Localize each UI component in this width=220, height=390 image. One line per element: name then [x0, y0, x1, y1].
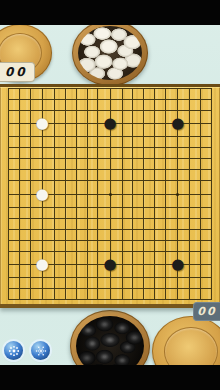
board-intersection[interactable] — [171, 294, 184, 305]
board-intersection[interactable] — [60, 153, 71, 164]
board-intersection[interactable] — [206, 235, 217, 246]
board-intersection[interactable] — [93, 235, 104, 246]
white-stone-D4[interactable]: ● — [36, 257, 49, 272]
black-stone-Q4[interactable]: ● — [171, 257, 184, 272]
board-intersection[interactable] — [127, 294, 138, 305]
board-intersection[interactable] — [14, 294, 25, 305]
board-intersection[interactable] — [149, 224, 160, 235]
board-intersection[interactable] — [71, 164, 82, 175]
board-intersection[interactable] — [149, 153, 160, 164]
board-intersection[interactable] — [71, 175, 82, 186]
board-intersection[interactable] — [14, 283, 25, 294]
board-intersection[interactable] — [103, 94, 116, 105]
board-intersection[interactable] — [3, 94, 14, 105]
board-intersection[interactable] — [103, 164, 116, 175]
board-intersection[interactable] — [25, 175, 36, 186]
board-intersection[interactable] — [60, 224, 71, 235]
board-intersection[interactable] — [82, 83, 93, 94]
board-intersection[interactable] — [127, 187, 138, 202]
board-intersection[interactable] — [25, 246, 36, 257]
board-intersection[interactable] — [82, 153, 93, 164]
board-intersection[interactable] — [71, 187, 82, 202]
board-intersection[interactable] — [184, 283, 195, 294]
board-intersection[interactable] — [49, 272, 60, 283]
board-intersection[interactable] — [93, 175, 104, 186]
board-intersection[interactable] — [206, 213, 217, 224]
board-intersection[interactable] — [117, 283, 128, 294]
board-intersection[interactable] — [127, 153, 138, 164]
board-intersection[interactable] — [171, 83, 184, 94]
board-intersection[interactable] — [82, 142, 93, 153]
board-intersection[interactable] — [3, 142, 14, 153]
board-intersection[interactable] — [206, 131, 217, 142]
board-intersection[interactable] — [149, 283, 160, 294]
board-intersection[interactable] — [60, 257, 71, 272]
board-intersection[interactable] — [14, 187, 25, 202]
board-intersection[interactable] — [36, 131, 49, 142]
board-intersection[interactable] — [71, 224, 82, 235]
board-intersection[interactable] — [206, 116, 217, 131]
board-intersection[interactable] — [127, 105, 138, 116]
board-intersection[interactable] — [206, 164, 217, 175]
board-intersection[interactable] — [25, 105, 36, 116]
board-intersection[interactable] — [60, 131, 71, 142]
board-intersection[interactable] — [184, 246, 195, 257]
board-intersection[interactable] — [14, 131, 25, 142]
board-intersection[interactable] — [117, 116, 128, 131]
board-intersection[interactable] — [206, 105, 217, 116]
board-intersection[interactable] — [103, 131, 116, 142]
board-intersection[interactable] — [195, 164, 206, 175]
board-intersection[interactable] — [36, 164, 49, 175]
board-intersection[interactable] — [195, 83, 206, 94]
black-stone-Q16[interactable]: ● — [171, 116, 184, 131]
board-intersection[interactable] — [149, 187, 160, 202]
white-stone-D16[interactable]: ● — [36, 116, 49, 131]
board-intersection[interactable] — [3, 202, 14, 213]
board-intersection[interactable] — [36, 235, 49, 246]
board-intersection[interactable] — [171, 175, 184, 186]
settings-button[interactable] — [4, 341, 23, 360]
board-intersection[interactable] — [82, 202, 93, 213]
board-intersection[interactable] — [82, 105, 93, 116]
board-intersection[interactable] — [171, 131, 184, 142]
board-intersection[interactable] — [60, 116, 71, 131]
board-intersection[interactable] — [171, 153, 184, 164]
board-intersection[interactable] — [160, 235, 171, 246]
board-intersection[interactable] — [195, 175, 206, 186]
board-intersection[interactable] — [149, 272, 160, 283]
board-intersection[interactable] — [138, 224, 149, 235]
board-intersection[interactable] — [60, 142, 71, 153]
board-intersection[interactable] — [49, 164, 60, 175]
board-intersection[interactable] — [82, 272, 93, 283]
black-stone-K16[interactable]: ● — [103, 116, 116, 131]
board-intersection[interactable] — [103, 283, 116, 294]
board-intersection[interactable] — [14, 272, 25, 283]
board-intersection[interactable] — [14, 153, 25, 164]
board-intersection[interactable] — [117, 105, 128, 116]
board-intersection[interactable] — [3, 272, 14, 283]
board-intersection[interactable] — [206, 272, 217, 283]
board-intersection[interactable] — [103, 142, 116, 153]
board-intersection[interactable] — [49, 153, 60, 164]
board-intersection[interactable] — [117, 153, 128, 164]
board-intersection[interactable] — [195, 187, 206, 202]
board-intersection[interactable] — [49, 202, 60, 213]
board-intersection[interactable] — [160, 83, 171, 94]
board-intersection[interactable] — [149, 235, 160, 246]
board-intersection[interactable] — [14, 83, 25, 94]
board-intersection[interactable] — [3, 153, 14, 164]
board-intersection[interactable] — [3, 131, 14, 142]
board-intersection[interactable] — [93, 213, 104, 224]
board-intersection[interactable] — [138, 142, 149, 153]
board-intersection[interactable] — [25, 202, 36, 213]
board-intersection[interactable] — [60, 187, 71, 202]
board-intersection[interactable] — [60, 246, 71, 257]
board-intersection[interactable] — [82, 235, 93, 246]
board-intersection[interactable] — [14, 213, 25, 224]
board-intersection[interactable] — [138, 283, 149, 294]
board-intersection[interactable] — [71, 283, 82, 294]
board-intersection[interactable] — [93, 257, 104, 272]
board-intersection[interactable] — [171, 283, 184, 294]
board-intersection[interactable] — [160, 213, 171, 224]
board-intersection[interactable] — [184, 187, 195, 202]
board-intersection[interactable] — [3, 116, 14, 131]
board-intersection[interactable] — [160, 175, 171, 186]
board-intersection[interactable] — [184, 116, 195, 131]
board-intersection[interactable] — [138, 94, 149, 105]
board-intersection[interactable] — [127, 94, 138, 105]
board-intersection[interactable] — [49, 283, 60, 294]
board-intersection[interactable] — [3, 164, 14, 175]
board-intersection[interactable] — [195, 235, 206, 246]
board-intersection[interactable] — [3, 235, 14, 246]
board-intersection[interactable] — [93, 283, 104, 294]
board-intersection[interactable] — [206, 142, 217, 153]
board-intersection[interactable] — [195, 202, 206, 213]
board-intersection[interactable] — [14, 175, 25, 186]
board-intersection[interactable] — [171, 213, 184, 224]
board-intersection[interactable] — [149, 246, 160, 257]
board-intersection[interactable] — [138, 213, 149, 224]
board-intersection[interactable] — [14, 164, 25, 175]
board-intersection[interactable] — [160, 283, 171, 294]
board-intersection[interactable] — [3, 257, 14, 272]
board-intersection[interactable] — [184, 272, 195, 283]
board-intersection[interactable] — [14, 116, 25, 131]
board-intersection[interactable] — [25, 187, 36, 202]
board-intersection[interactable] — [171, 142, 184, 153]
board-intersection[interactable] — [184, 131, 195, 142]
board-intersection[interactable] — [93, 94, 104, 105]
board-intersection[interactable] — [93, 131, 104, 142]
board-intersection[interactable] — [127, 175, 138, 186]
board-intersection[interactable] — [127, 213, 138, 224]
board-intersection[interactable] — [49, 257, 60, 272]
board-intersection[interactable] — [82, 94, 93, 105]
board-intersection[interactable] — [117, 224, 128, 235]
board-intersection[interactable] — [60, 213, 71, 224]
board-intersection[interactable] — [127, 257, 138, 272]
board-intersection[interactable] — [138, 105, 149, 116]
board-intersection[interactable] — [93, 187, 104, 202]
board-intersection[interactable] — [195, 283, 206, 294]
board-intersection[interactable] — [3, 246, 14, 257]
board-intersection[interactable] — [195, 94, 206, 105]
board-intersection[interactable] — [195, 224, 206, 235]
board-intersection[interactable] — [60, 202, 71, 213]
new-game-button[interactable] — [31, 341, 50, 360]
board-intersection[interactable] — [49, 246, 60, 257]
board-intersection[interactable] — [82, 116, 93, 131]
board-intersection[interactable] — [171, 272, 184, 283]
board-intersection[interactable] — [149, 202, 160, 213]
black-stone-K4[interactable]: ● — [103, 257, 116, 272]
board-intersection[interactable] — [160, 257, 171, 272]
board-intersection[interactable] — [184, 213, 195, 224]
board-intersection[interactable] — [160, 116, 171, 131]
board-intersection[interactable] — [49, 175, 60, 186]
board-intersection[interactable] — [127, 202, 138, 213]
board-intersection[interactable] — [103, 83, 116, 94]
board-intersection[interactable] — [206, 257, 217, 272]
board-intersection[interactable] — [25, 294, 36, 305]
board-intersection[interactable] — [14, 246, 25, 257]
board-intersection[interactable] — [93, 272, 104, 283]
board-intersection[interactable] — [117, 235, 128, 246]
board-intersection[interactable] — [93, 116, 104, 131]
board-intersection[interactable] — [195, 105, 206, 116]
board-intersection[interactable] — [138, 164, 149, 175]
board-intersection[interactable] — [184, 105, 195, 116]
board-intersection[interactable] — [3, 105, 14, 116]
board-intersection[interactable] — [184, 202, 195, 213]
board-intersection[interactable] — [82, 187, 93, 202]
board-intersection[interactable] — [25, 283, 36, 294]
board-intersection[interactable] — [184, 164, 195, 175]
board-intersection[interactable] — [3, 187, 14, 202]
board-intersection[interactable] — [71, 235, 82, 246]
board-intersection[interactable] — [36, 94, 49, 105]
go-board[interactable]: ●●●●●●● — [0, 84, 220, 308]
board-intersection[interactable] — [60, 283, 71, 294]
board-intersection[interactable] — [117, 272, 128, 283]
board-intersection[interactable] — [71, 83, 82, 94]
board-intersection[interactable] — [117, 164, 128, 175]
board-intersection[interactable] — [71, 213, 82, 224]
board-intersection[interactable] — [3, 294, 14, 305]
board-intersection[interactable] — [127, 142, 138, 153]
board-intersection[interactable] — [160, 294, 171, 305]
board-intersection[interactable] — [60, 83, 71, 94]
board-intersection[interactable] — [206, 224, 217, 235]
board-intersection[interactable] — [195, 272, 206, 283]
board-intersection[interactable] — [71, 246, 82, 257]
board-intersection[interactable] — [117, 213, 128, 224]
board-intersection[interactable] — [171, 94, 184, 105]
board-intersection[interactable] — [117, 202, 128, 213]
board-intersection[interactable] — [71, 131, 82, 142]
board-intersection[interactable] — [60, 105, 71, 116]
board-intersection[interactable] — [93, 105, 104, 116]
board-intersection[interactable] — [36, 272, 49, 283]
board-intersection[interactable] — [138, 116, 149, 131]
board-intersection[interactable] — [36, 213, 49, 224]
board-intersection[interactable] — [160, 202, 171, 213]
board-intersection[interactable] — [25, 142, 36, 153]
board-intersection[interactable] — [14, 94, 25, 105]
board-intersection[interactable] — [14, 105, 25, 116]
board-intersection[interactable] — [36, 153, 49, 164]
board-intersection[interactable] — [60, 294, 71, 305]
board-intersection[interactable] — [138, 131, 149, 142]
board-intersection[interactable] — [184, 153, 195, 164]
board-intersection[interactable] — [14, 202, 25, 213]
board-intersection[interactable] — [103, 272, 116, 283]
board-intersection[interactable] — [103, 213, 116, 224]
board-intersection[interactable] — [171, 235, 184, 246]
board-intersection[interactable] — [149, 164, 160, 175]
board-intersection[interactable] — [160, 246, 171, 257]
board-intersection[interactable] — [195, 246, 206, 257]
board-intersection[interactable] — [71, 142, 82, 153]
board-intersection[interactable] — [195, 153, 206, 164]
board-intersection[interactable] — [127, 272, 138, 283]
board-intersection[interactable] — [36, 202, 49, 213]
board-intersection[interactable] — [82, 213, 93, 224]
board-intersection[interactable] — [49, 105, 60, 116]
board-intersection[interactable] — [25, 164, 36, 175]
white-stone-D10[interactable]: ● — [36, 187, 49, 202]
board-intersection[interactable] — [36, 283, 49, 294]
board-intersection[interactable] — [117, 246, 128, 257]
board-intersection[interactable] — [49, 294, 60, 305]
board-intersection[interactable] — [82, 246, 93, 257]
board-intersection[interactable] — [103, 153, 116, 164]
board-intersection[interactable] — [93, 142, 104, 153]
board-intersection[interactable] — [49, 131, 60, 142]
board-intersection[interactable] — [149, 131, 160, 142]
board-intersection[interactable] — [3, 83, 14, 94]
board-intersection[interactable] — [49, 187, 60, 202]
board-intersection[interactable] — [127, 164, 138, 175]
board-grid[interactable]: ●●●●●●● — [3, 83, 217, 305]
board-intersection[interactable] — [14, 235, 25, 246]
board-intersection[interactable] — [160, 131, 171, 142]
board-intersection[interactable] — [127, 131, 138, 142]
board-intersection[interactable] — [25, 235, 36, 246]
board-intersection[interactable] — [117, 187, 128, 202]
board-intersection[interactable] — [103, 294, 116, 305]
board-intersection[interactable] — [184, 94, 195, 105]
board-intersection[interactable] — [149, 105, 160, 116]
board-intersection[interactable] — [160, 153, 171, 164]
board-intersection[interactable] — [138, 202, 149, 213]
board-intersection[interactable] — [206, 187, 217, 202]
board-intersection[interactable] — [93, 224, 104, 235]
board-intersection[interactable] — [25, 94, 36, 105]
board-intersection[interactable] — [171, 202, 184, 213]
board-intersection[interactable] — [138, 83, 149, 94]
board-intersection[interactable] — [138, 272, 149, 283]
board-intersection[interactable] — [36, 83, 49, 94]
board-intersection[interactable] — [184, 83, 195, 94]
board-intersection[interactable] — [117, 294, 128, 305]
board-intersection[interactable] — [160, 224, 171, 235]
board-intersection[interactable] — [160, 94, 171, 105]
board-intersection[interactable] — [184, 257, 195, 272]
board-intersection[interactable] — [25, 153, 36, 164]
board-intersection[interactable] — [103, 235, 116, 246]
board-intersection[interactable] — [184, 175, 195, 186]
board-intersection[interactable] — [127, 283, 138, 294]
board-intersection[interactable] — [82, 294, 93, 305]
board-intersection[interactable] — [49, 94, 60, 105]
board-intersection[interactable] — [60, 235, 71, 246]
board-intersection[interactable] — [82, 164, 93, 175]
board-intersection[interactable] — [138, 246, 149, 257]
board-intersection[interactable] — [49, 83, 60, 94]
board-intersection[interactable] — [93, 246, 104, 257]
board-intersection[interactable] — [138, 175, 149, 186]
board-intersection[interactable] — [103, 224, 116, 235]
board-intersection[interactable] — [49, 235, 60, 246]
board-intersection[interactable] — [60, 164, 71, 175]
board-intersection[interactable] — [149, 257, 160, 272]
board-intersection[interactable] — [3, 283, 14, 294]
board-intersection[interactable] — [195, 131, 206, 142]
board-intersection[interactable] — [171, 224, 184, 235]
board-intersection[interactable] — [171, 164, 184, 175]
board-intersection[interactable] — [206, 202, 217, 213]
board-intersection[interactable] — [127, 235, 138, 246]
board-intersection[interactable] — [36, 294, 49, 305]
board-intersection[interactable] — [71, 294, 82, 305]
board-intersection[interactable] — [82, 257, 93, 272]
board-intersection[interactable] — [160, 105, 171, 116]
board-intersection[interactable] — [71, 94, 82, 105]
board-intersection[interactable] — [60, 272, 71, 283]
board-intersection[interactable] — [93, 83, 104, 94]
board-intersection[interactable] — [184, 142, 195, 153]
board-intersection[interactable] — [82, 224, 93, 235]
board-intersection[interactable] — [93, 164, 104, 175]
board-intersection[interactable] — [71, 272, 82, 283]
board-intersection[interactable] — [184, 235, 195, 246]
board-intersection[interactable] — [3, 175, 14, 186]
board-intersection[interactable] — [71, 153, 82, 164]
board-intersection[interactable] — [127, 224, 138, 235]
board-intersection[interactable] — [127, 116, 138, 131]
board-intersection[interactable] — [25, 257, 36, 272]
board-intersection[interactable] — [60, 175, 71, 186]
board-intersection[interactable] — [49, 213, 60, 224]
board-intersection[interactable] — [3, 213, 14, 224]
board-intersection[interactable] — [14, 224, 25, 235]
board-intersection[interactable] — [160, 187, 171, 202]
board-intersection[interactable] — [25, 272, 36, 283]
board-intersection[interactable] — [82, 283, 93, 294]
board-intersection[interactable] — [117, 131, 128, 142]
board-intersection[interactable] — [149, 294, 160, 305]
board-intersection[interactable] — [184, 224, 195, 235]
board-intersection[interactable] — [206, 153, 217, 164]
board-intersection[interactable] — [206, 94, 217, 105]
board-intersection[interactable] — [82, 131, 93, 142]
